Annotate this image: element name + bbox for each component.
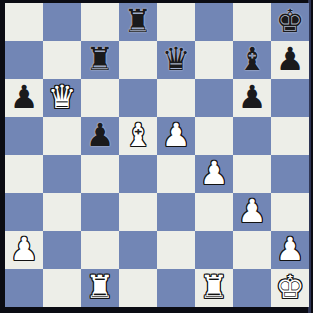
square-b6[interactable]: ♛: [43, 79, 81, 117]
square-g2[interactable]: [233, 231, 271, 269]
square-f8[interactable]: [195, 3, 233, 41]
square-a3[interactable]: [5, 193, 43, 231]
square-e5[interactable]: ♟: [157, 117, 195, 155]
square-f6[interactable]: [195, 79, 233, 117]
square-h5[interactable]: [271, 117, 309, 155]
square-d2[interactable]: [119, 231, 157, 269]
square-c1[interactable]: ♜: [81, 269, 119, 307]
square-a5[interactable]: [5, 117, 43, 155]
piece-black-pawn[interactable]: ♟: [233, 79, 271, 117]
square-d4[interactable]: [119, 155, 157, 193]
square-a8[interactable]: [5, 3, 43, 41]
square-b1[interactable]: [43, 269, 81, 307]
square-g1[interactable]: [233, 269, 271, 307]
square-g7[interactable]: ♝: [233, 41, 271, 79]
square-e3[interactable]: [157, 193, 195, 231]
square-e7[interactable]: ♛: [157, 41, 195, 79]
chess-app-screen: ♜♚♜♛♝♟♟♛♟♟♝♟♟♟♟♟♜♜♚: [0, 0, 313, 313]
piece-white-pawn[interactable]: ♟: [195, 155, 233, 193]
piece-white-queen[interactable]: ♛: [43, 79, 81, 117]
piece-white-bishop[interactable]: ♝: [119, 117, 157, 155]
square-e8[interactable]: [157, 3, 195, 41]
square-b3[interactable]: [43, 193, 81, 231]
square-g8[interactable]: [233, 3, 271, 41]
square-d3[interactable]: [119, 193, 157, 231]
piece-black-bishop[interactable]: ♝: [233, 41, 271, 79]
chess-board: ♜♚♜♛♝♟♟♛♟♟♝♟♟♟♟♟♜♜♚: [5, 3, 309, 307]
piece-white-king[interactable]: ♚: [271, 269, 309, 307]
square-g4[interactable]: [233, 155, 271, 193]
square-f5[interactable]: [195, 117, 233, 155]
piece-black-rook[interactable]: ♜: [81, 41, 119, 79]
square-d5[interactable]: ♝: [119, 117, 157, 155]
square-d8[interactable]: ♜: [119, 3, 157, 41]
square-h4[interactable]: [271, 155, 309, 193]
square-b8[interactable]: [43, 3, 81, 41]
square-f1[interactable]: ♜: [195, 269, 233, 307]
piece-white-pawn[interactable]: ♟: [233, 193, 271, 231]
square-f4[interactable]: ♟: [195, 155, 233, 193]
square-f7[interactable]: [195, 41, 233, 79]
square-a4[interactable]: [5, 155, 43, 193]
piece-black-rook[interactable]: ♜: [119, 3, 157, 41]
square-h8[interactable]: ♚: [271, 3, 309, 41]
piece-white-pawn[interactable]: ♟: [5, 231, 43, 269]
square-a6[interactable]: ♟: [5, 79, 43, 117]
square-a2[interactable]: ♟: [5, 231, 43, 269]
square-c7[interactable]: ♜: [81, 41, 119, 79]
square-g3[interactable]: ♟: [233, 193, 271, 231]
square-f2[interactable]: [195, 231, 233, 269]
square-h2[interactable]: ♟: [271, 231, 309, 269]
square-g5[interactable]: [233, 117, 271, 155]
square-b2[interactable]: [43, 231, 81, 269]
piece-black-king[interactable]: ♚: [271, 3, 309, 41]
square-b5[interactable]: [43, 117, 81, 155]
piece-black-pawn[interactable]: ♟: [5, 79, 43, 117]
square-c5[interactable]: ♟: [81, 117, 119, 155]
square-g6[interactable]: ♟: [233, 79, 271, 117]
square-e1[interactable]: [157, 269, 195, 307]
piece-white-rook[interactable]: ♜: [195, 269, 233, 307]
piece-black-pawn[interactable]: ♟: [271, 41, 309, 79]
piece-black-pawn[interactable]: ♟: [81, 117, 119, 155]
square-d6[interactable]: [119, 79, 157, 117]
square-h7[interactable]: ♟: [271, 41, 309, 79]
square-a7[interactable]: [5, 41, 43, 79]
square-c6[interactable]: [81, 79, 119, 117]
square-c2[interactable]: [81, 231, 119, 269]
square-e6[interactable]: [157, 79, 195, 117]
square-e4[interactable]: [157, 155, 195, 193]
piece-white-pawn[interactable]: ♟: [157, 117, 195, 155]
square-a1[interactable]: [5, 269, 43, 307]
square-d1[interactable]: [119, 269, 157, 307]
square-h1[interactable]: ♚: [271, 269, 309, 307]
piece-black-queen[interactable]: ♛: [157, 41, 195, 79]
square-d7[interactable]: [119, 41, 157, 79]
piece-white-pawn[interactable]: ♟: [271, 231, 309, 269]
square-b4[interactable]: [43, 155, 81, 193]
square-c8[interactable]: [81, 3, 119, 41]
square-b7[interactable]: [43, 41, 81, 79]
square-f3[interactable]: [195, 193, 233, 231]
piece-white-rook[interactable]: ♜: [81, 269, 119, 307]
square-c4[interactable]: [81, 155, 119, 193]
square-e2[interactable]: [157, 231, 195, 269]
square-h6[interactable]: [271, 79, 309, 117]
square-h3[interactable]: [271, 193, 309, 231]
square-c3[interactable]: [81, 193, 119, 231]
